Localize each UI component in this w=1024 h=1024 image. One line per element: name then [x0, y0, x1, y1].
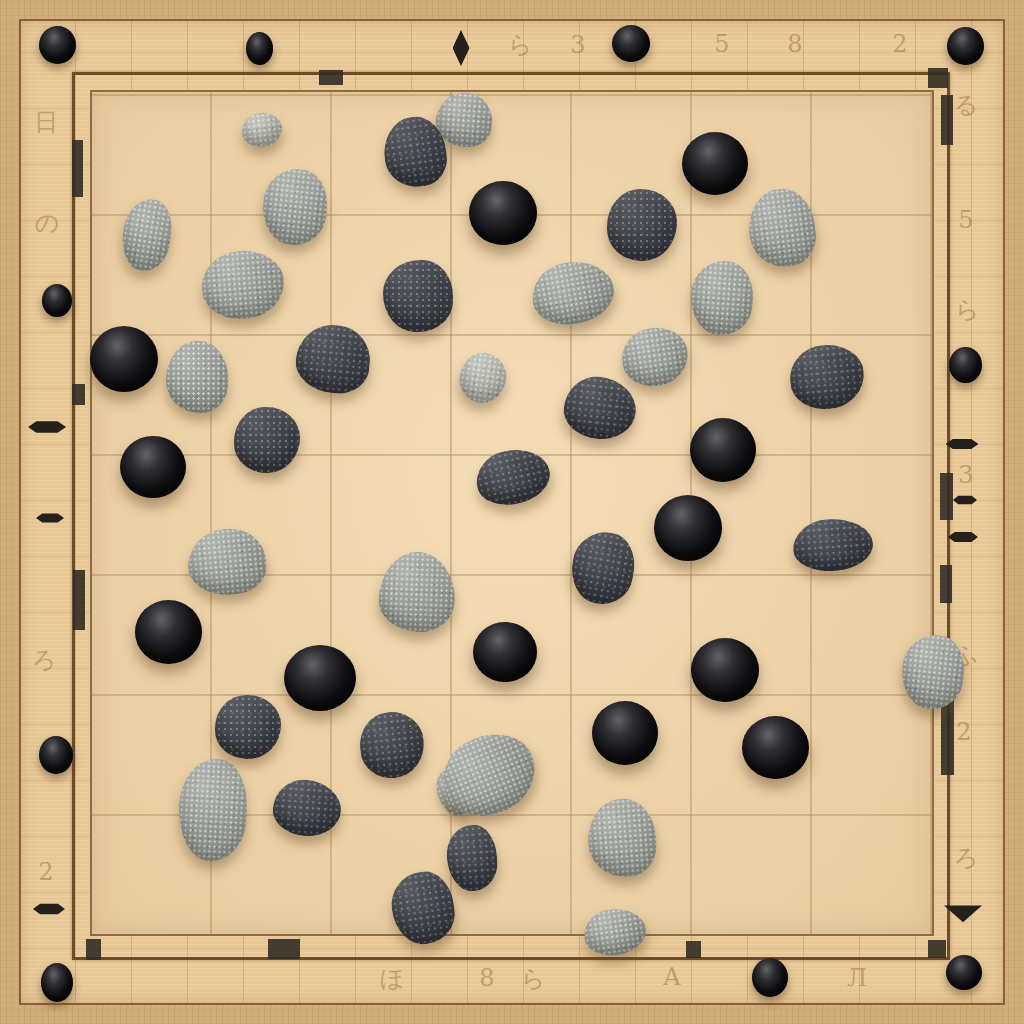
- black-stone[interactable]: [691, 638, 759, 702]
- grey-pebble-stone[interactable]: [898, 632, 967, 712]
- stones-layer: [0, 0, 1024, 1024]
- black-stone[interactable]: [473, 622, 537, 682]
- grey-pebble-stone[interactable]: [618, 324, 691, 391]
- dark-pebble-stone[interactable]: [215, 695, 281, 759]
- border-black-stone[interactable]: [949, 347, 982, 383]
- border-black-stone[interactable]: [752, 958, 788, 997]
- dark-pebble-stone[interactable]: [787, 342, 866, 412]
- dark-pebble-stone[interactable]: [566, 527, 640, 609]
- grey-pebble-stone[interactable]: [581, 905, 649, 959]
- grey-pebble-stone[interactable]: [200, 248, 287, 322]
- grey-pebble-stone[interactable]: [585, 797, 658, 880]
- dark-pebble-stone[interactable]: [357, 709, 428, 781]
- border-black-stone[interactable]: [39, 736, 73, 774]
- grey-pebble-stone[interactable]: [378, 551, 457, 634]
- dark-pebble-stone[interactable]: [607, 189, 677, 261]
- black-stone[interactable]: [682, 132, 748, 195]
- black-stone[interactable]: [592, 701, 658, 765]
- black-stone[interactable]: [90, 326, 158, 392]
- dark-pebble-stone[interactable]: [271, 778, 343, 839]
- grey-pebble-stone[interactable]: [688, 259, 755, 337]
- black-stone[interactable]: [742, 716, 809, 779]
- grey-pebble-stone[interactable]: [744, 185, 819, 270]
- dark-pebble-stone[interactable]: [445, 823, 499, 892]
- dark-pebble-stone[interactable]: [293, 322, 373, 396]
- dark-pebble-stone[interactable]: [561, 373, 639, 442]
- dark-pebble-stone[interactable]: [387, 868, 458, 948]
- border-black-stone[interactable]: [42, 284, 72, 317]
- border-black-stone[interactable]: [41, 963, 73, 1002]
- black-stone[interactable]: [284, 645, 356, 711]
- border-black-stone[interactable]: [947, 27, 984, 65]
- light-grey-pebble-stone[interactable]: [457, 350, 510, 406]
- dark-pebble-stone[interactable]: [383, 260, 453, 332]
- black-stone[interactable]: [135, 600, 202, 664]
- grey-pebble-stone[interactable]: [176, 757, 249, 862]
- grey-pebble-stone[interactable]: [185, 526, 268, 599]
- dark-pebble-stone[interactable]: [234, 407, 300, 473]
- black-stone[interactable]: [690, 418, 756, 482]
- grey-pebble-stone[interactable]: [259, 166, 331, 248]
- dark-pebble-stone[interactable]: [791, 516, 874, 573]
- grey-pebble-stone[interactable]: [166, 341, 228, 413]
- border-black-stone[interactable]: [946, 955, 982, 990]
- grey-pebble-stone[interactable]: [118, 196, 177, 275]
- black-stone[interactable]: [469, 181, 537, 245]
- black-stone[interactable]: [120, 436, 186, 498]
- border-black-stone[interactable]: [246, 32, 273, 65]
- border-black-stone[interactable]: [39, 26, 76, 64]
- grey-pebble-stone[interactable]: [527, 255, 619, 330]
- light-grey-pebble-stone[interactable]: [240, 111, 283, 149]
- go-board: ら3582日のろ2る5ら3ふ2ろほ8らAЛ: [0, 0, 1024, 1024]
- black-stone[interactable]: [654, 495, 722, 561]
- dark-pebble-stone[interactable]: [471, 443, 555, 511]
- border-black-stone[interactable]: [612, 25, 650, 62]
